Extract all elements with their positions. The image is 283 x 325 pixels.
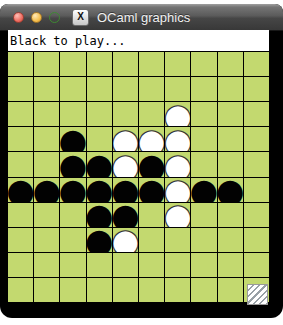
board-cell-r8c7[interactable] (165, 228, 190, 252)
board-cell-r1c7[interactable] (165, 52, 190, 76)
board-cell-r5c8[interactable] (191, 152, 216, 176)
board-cell-r8c9[interactable] (218, 228, 243, 252)
white-disc: ● (139, 127, 164, 151)
board-cell-r5c9[interactable] (218, 152, 243, 176)
black-disc: ● (87, 152, 112, 176)
white-disc: ● (113, 127, 138, 151)
board-cell-r4c5[interactable]: ● (113, 127, 138, 151)
board-cell-r8c3[interactable] (60, 228, 85, 252)
board-cell-r4c9[interactable] (218, 127, 243, 151)
board-cell-r8c2[interactable] (34, 228, 59, 252)
board-cell-r4c8[interactable] (191, 127, 216, 151)
board-cell-r2c3[interactable] (60, 77, 85, 101)
board-cell-r4c3[interactable]: ● (60, 127, 85, 151)
board-cell-r2c9[interactable] (218, 77, 243, 101)
board-cell-r10c5[interactable] (113, 278, 138, 302)
black-disc: ● (87, 228, 112, 252)
board-cell-r2c10[interactable] (244, 77, 269, 101)
board-cell-r9c3[interactable] (60, 253, 85, 277)
board-cell-r6c4[interactable]: ● (87, 178, 112, 202)
board-cell-r6c3[interactable]: ● (60, 178, 85, 202)
status-message: Black to play... (8, 34, 126, 48)
board-cell-r5c10[interactable] (244, 152, 269, 176)
board-cell-r3c3[interactable] (60, 102, 85, 126)
black-disc: ● (34, 178, 59, 202)
board-cell-r5c5[interactable]: ● (113, 152, 138, 176)
board-cell-r2c6[interactable] (139, 77, 164, 101)
status-bar: Black to play... (8, 30, 269, 51)
board-cell-r3c7[interactable]: ● (165, 102, 190, 126)
board-cell-r8c4[interactable]: ● (87, 228, 112, 252)
board-cell-r3c8[interactable] (191, 102, 216, 126)
board-cell-r9c2[interactable] (34, 253, 59, 277)
board-cell-r4c6[interactable]: ● (139, 127, 164, 151)
white-disc: ● (165, 178, 190, 202)
board-cell-r3c1[interactable] (8, 102, 33, 126)
board-cell-r3c9[interactable] (218, 102, 243, 126)
black-disc: ● (87, 203, 112, 227)
board-cell-r5c3[interactable]: ● (60, 152, 85, 176)
board-cell-r7c3[interactable] (60, 203, 85, 227)
board-cell-r1c1[interactable] (8, 52, 33, 76)
x11-app-icon: X (72, 9, 89, 26)
board-cell-r9c1[interactable] (8, 253, 33, 277)
title-group: X OCaml graphics (72, 4, 190, 30)
board-cell-r1c3[interactable] (60, 52, 85, 76)
black-disc: ● (60, 178, 85, 202)
board-cell-r10c8[interactable] (191, 278, 216, 302)
board-cell-r6c10[interactable] (244, 178, 269, 202)
white-disc: ● (165, 102, 190, 126)
board-cell-r4c2[interactable] (34, 127, 59, 151)
board-cell-r1c5[interactable] (113, 52, 138, 76)
board-cell-r10c9[interactable] (218, 278, 243, 302)
board-cell-r4c7[interactable]: ● (165, 127, 190, 151)
board-cell-r10c1[interactable] (8, 278, 33, 302)
white-disc: ● (165, 152, 190, 176)
board-cell-r6c1[interactable]: ● (8, 178, 33, 202)
board-cell-r9c4[interactable] (87, 253, 112, 277)
board-cell-r3c10[interactable] (244, 102, 269, 126)
black-disc: ● (139, 178, 164, 202)
board-cell-r4c1[interactable] (8, 127, 33, 151)
board-cell-r7c9[interactable] (218, 203, 243, 227)
board-cell-r10c7[interactable] (165, 278, 190, 302)
board-cell-r5c6[interactable]: ● (139, 152, 164, 176)
white-disc: ● (113, 228, 138, 252)
board-cell-r2c4[interactable] (87, 77, 112, 101)
board-cell-r1c8[interactable] (191, 52, 216, 76)
black-disc: ● (113, 203, 138, 227)
board-cell-r8c1[interactable] (8, 228, 33, 252)
board-cell-r10c3[interactable] (60, 278, 85, 302)
board-cell-r1c6[interactable] (139, 52, 164, 76)
board-cell-r9c9[interactable] (218, 253, 243, 277)
window-title: OCaml graphics (97, 10, 190, 25)
black-disc: ● (139, 152, 164, 176)
board-cell-r3c5[interactable] (113, 102, 138, 126)
board-cell-r2c7[interactable] (165, 77, 190, 101)
board-cell-r7c7[interactable]: ● (165, 203, 190, 227)
board-cell-r2c8[interactable] (191, 77, 216, 101)
black-disc: ● (60, 127, 85, 151)
black-disc: ● (191, 178, 216, 202)
board-cell-r3c4[interactable] (87, 102, 112, 126)
board-cell-r6c2[interactable]: ● (34, 178, 59, 202)
black-disc: ● (8, 178, 33, 202)
board-cell-r9c8[interactable] (191, 253, 216, 277)
board-cell-r1c4[interactable] (87, 52, 112, 76)
close-button[interactable] (13, 12, 24, 23)
board-cell-r1c9[interactable] (218, 52, 243, 76)
board-cell-r1c10[interactable] (244, 52, 269, 76)
board-cell-r7c10[interactable] (244, 203, 269, 227)
board-cell-r2c1[interactable] (8, 77, 33, 101)
board-cell-r5c7[interactable]: ● (165, 152, 190, 176)
board-cell-r4c10[interactable] (244, 127, 269, 151)
board-cell-r7c4[interactable]: ● (87, 203, 112, 227)
board-cell-r6c9[interactable]: ● (218, 178, 243, 202)
board-cell-r7c6[interactable] (139, 203, 164, 227)
board-cell-r9c6[interactable] (139, 253, 164, 277)
board-cell-r9c5[interactable] (113, 253, 138, 277)
white-disc: ● (165, 203, 190, 227)
board-cell-r5c1[interactable] (8, 152, 33, 176)
board-cell-r4c4[interactable] (87, 127, 112, 151)
board-cell-r7c5[interactable]: ● (113, 203, 138, 227)
titlebar[interactable]: X OCaml graphics (0, 4, 283, 31)
board-cell-r9c7[interactable] (165, 253, 190, 277)
board-cell-r8c10[interactable] (244, 228, 269, 252)
black-disc: ● (113, 178, 138, 202)
board-cell-r8c5[interactable]: ● (113, 228, 138, 252)
board-cell-r6c7[interactable]: ● (165, 178, 190, 202)
board-cell-r10c4[interactable] (87, 278, 112, 302)
board-cell-r10c2[interactable] (34, 278, 59, 302)
zoom-button[interactable] (49, 12, 60, 23)
board-cell-r3c6[interactable] (139, 102, 164, 126)
board-cell-r6c8[interactable]: ● (191, 178, 216, 202)
ocaml-graphics-window: X OCaml graphics Black to play... ●●●●●●… (0, 4, 283, 318)
board-cell-r10c6[interactable] (139, 278, 164, 302)
board-cell-r6c5[interactable]: ● (113, 178, 138, 202)
board-cell-r1c2[interactable] (34, 52, 59, 76)
board-cell-r9c10[interactable] (244, 253, 269, 277)
board-cell-r5c2[interactable] (34, 152, 59, 176)
resize-grip-icon[interactable] (247, 284, 268, 305)
board: ●●●●●●●●●●●●●●●●●●●●●●●● (8, 51, 269, 302)
black-disc: ● (60, 152, 85, 176)
window-content: Black to play... ●●●●●●●●●●●●●●●●●●●●●●●… (8, 30, 269, 302)
board-cell-r3c2[interactable] (34, 102, 59, 126)
board-cell-r2c5[interactable] (113, 77, 138, 101)
minimize-button[interactable] (31, 12, 42, 23)
board-cell-r7c2[interactable] (34, 203, 59, 227)
white-disc: ● (113, 152, 138, 176)
board-cell-r7c8[interactable] (191, 203, 216, 227)
board-cell-r8c6[interactable] (139, 228, 164, 252)
board-cell-r8c8[interactable] (191, 228, 216, 252)
board-cell-r7c1[interactable] (8, 203, 33, 227)
white-disc: ● (165, 127, 190, 151)
black-disc: ● (87, 178, 112, 202)
board-cell-r6c6[interactable]: ● (139, 178, 164, 202)
black-disc: ● (218, 178, 243, 202)
board-cell-r2c2[interactable] (34, 77, 59, 101)
window-controls (13, 12, 60, 23)
board-cell-r5c4[interactable]: ● (87, 152, 112, 176)
